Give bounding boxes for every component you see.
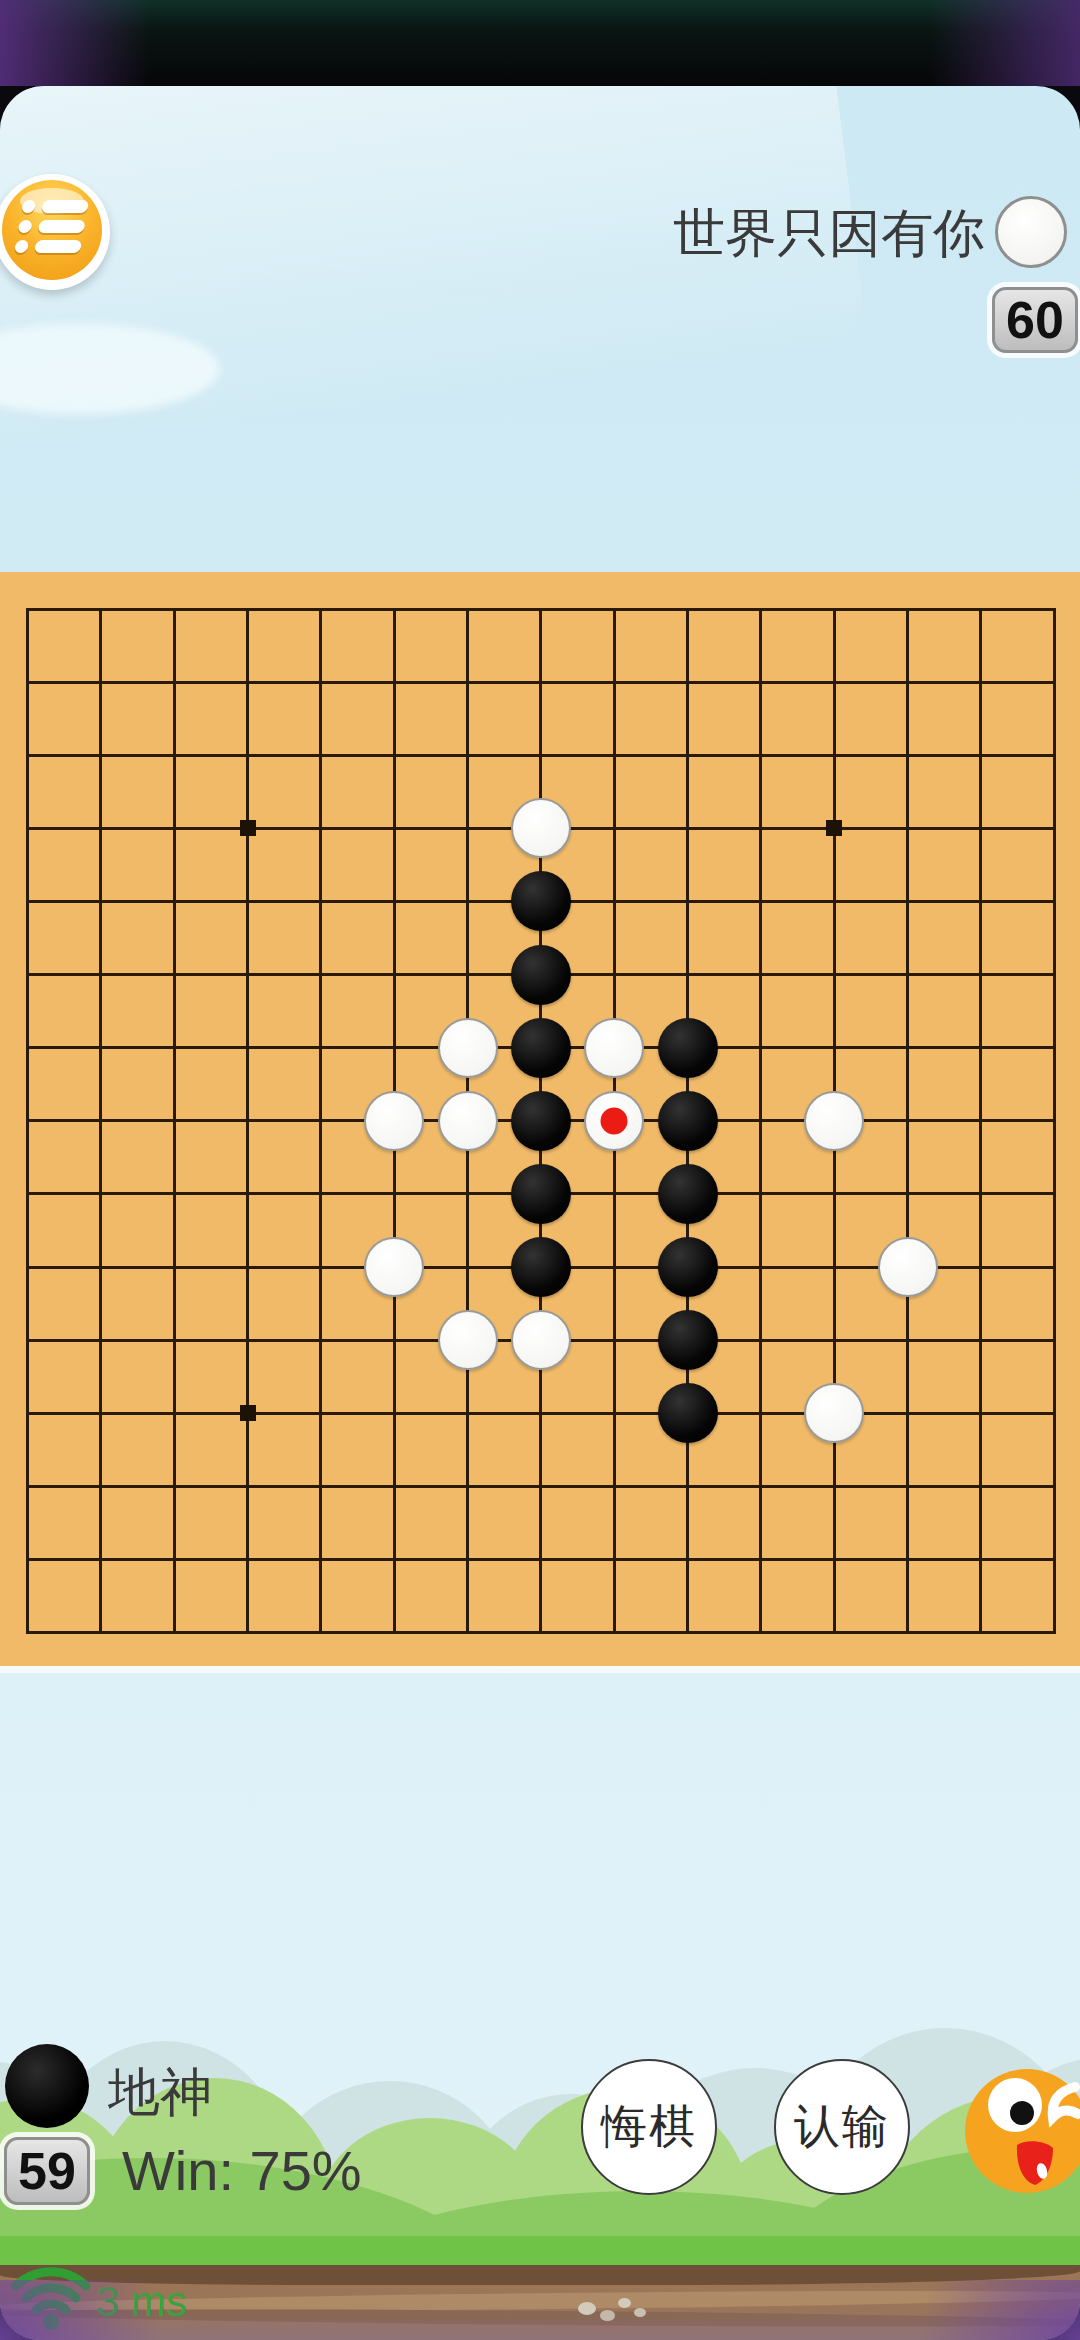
white-stone — [584, 1018, 644, 1078]
white-stone — [584, 1091, 644, 1151]
black-stone — [658, 1383, 718, 1443]
white-stone — [804, 1091, 864, 1151]
black-stone — [511, 945, 571, 1005]
resign-button[interactable]: 认输 — [774, 2059, 910, 2195]
grid-line — [99, 608, 102, 1635]
star-point — [826, 820, 842, 836]
white-stone-avatar — [995, 196, 1067, 268]
pebble — [618, 2298, 631, 2308]
undo-button[interactable]: 悔棋 — [581, 2059, 717, 2195]
pebble — [634, 2308, 646, 2317]
player-timer-badge: 59 — [4, 2137, 90, 2205]
black-stone — [511, 1018, 571, 1078]
last-move-marker — [601, 1107, 628, 1134]
grid-line — [906, 608, 909, 1635]
black-stone — [658, 1018, 718, 1078]
emoji-button[interactable] — [965, 2069, 1080, 2193]
white-stone — [878, 1237, 938, 1297]
app-screen: 世界只因有你 60 地神 59 Win: 75% 悔棋 认输 — [0, 86, 1080, 2340]
pebble — [578, 2302, 596, 2315]
grid-line — [246, 608, 249, 1635]
white-stone — [438, 1018, 498, 1078]
player-name: 地神 — [108, 2058, 212, 2128]
win-rate-text: Win: 75% — [122, 2138, 362, 2203]
grid-line — [173, 608, 176, 1635]
white-stone — [364, 1237, 424, 1297]
board-panel — [0, 572, 1080, 1666]
grid-line — [759, 608, 762, 1635]
wifi-icon — [8, 2254, 94, 2332]
black-stone — [511, 1164, 571, 1224]
grid-line — [26, 608, 29, 1635]
white-stone — [364, 1091, 424, 1151]
black-stone — [511, 1091, 571, 1151]
pebble — [600, 2310, 615, 2321]
black-stone — [658, 1164, 718, 1224]
black-stone — [658, 1091, 718, 1151]
star-point — [240, 820, 256, 836]
black-stone — [511, 1237, 571, 1297]
latency-text: 3 ms — [96, 2278, 187, 2326]
black-stone-avatar — [5, 2044, 89, 2128]
black-stone — [658, 1310, 718, 1370]
star-point — [240, 1405, 256, 1421]
list-menu-icon — [13, 200, 90, 260]
grid-line — [319, 608, 322, 1635]
black-stone — [658, 1237, 718, 1297]
white-stone — [511, 798, 571, 858]
opponent-name: 世界只因有你 — [673, 201, 985, 265]
board-grid[interactable] — [0, 572, 1080, 1666]
white-stone — [804, 1383, 864, 1443]
grid-line — [1053, 608, 1056, 1635]
network-status: 3 ms — [8, 2254, 268, 2334]
wink-tongue-emoji — [965, 2069, 1080, 2193]
status-bar — [0, 0, 1080, 86]
opponent-timer-badge: 60 — [992, 287, 1078, 353]
white-stone — [438, 1310, 498, 1370]
white-stone — [511, 1310, 571, 1370]
black-stone — [511, 871, 571, 931]
white-stone — [438, 1091, 498, 1151]
grid-line — [979, 608, 982, 1635]
